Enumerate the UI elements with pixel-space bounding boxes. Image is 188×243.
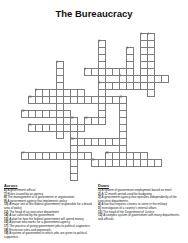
grid-cell[interactable] xyxy=(70,173,78,181)
clue-number-label: 10) xyxy=(4,202,9,206)
grid-cell[interactable] xyxy=(161,75,169,83)
grid-cell[interactable] xyxy=(154,159,162,167)
grid-cell[interactable] xyxy=(77,124,85,132)
clue-number-label: 19) xyxy=(4,231,9,235)
grid-cell[interactable] xyxy=(56,131,64,139)
crossword-grid: 12345678910111213141516171819 xyxy=(14,33,184,182)
clue-item: 19) A system of government in which jobs… xyxy=(4,232,94,239)
clue-number-label: 13) xyxy=(98,213,103,217)
page-title: The Bureaucracy xyxy=(0,8,188,19)
clues-across-column: Across 6) A government official7) Rules … xyxy=(4,183,94,239)
clues-down-column: Down 1) A system of government employmen… xyxy=(98,183,185,221)
grid-cell[interactable] xyxy=(98,117,106,125)
grid-cell[interactable] xyxy=(147,89,155,97)
clue-number-label: 3) xyxy=(98,195,102,199)
clue-item: 13) A complex system of government with … xyxy=(98,214,185,221)
